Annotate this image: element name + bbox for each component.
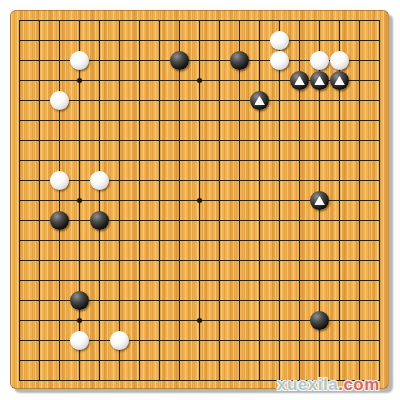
white-stone	[50, 91, 69, 110]
black-stone	[170, 51, 189, 70]
star-point-cell	[70, 311, 90, 331]
star-point-cell	[70, 71, 90, 91]
star-point	[77, 78, 82, 83]
watermark-tld-text: .com	[338, 375, 380, 394]
star-point-cell	[190, 71, 210, 91]
board-cell-D3	[70, 331, 90, 351]
white-stone	[70, 51, 89, 70]
black-stone	[310, 71, 329, 90]
board-cell-F3	[110, 331, 130, 351]
board-cell-N15	[250, 91, 270, 111]
star-point-cell	[70, 191, 90, 211]
triangle-mark-icon	[294, 76, 305, 86]
white-stone	[70, 331, 89, 350]
star-point-cell	[190, 311, 210, 331]
board-cell-D5	[70, 291, 90, 311]
triangle-mark-icon	[334, 76, 345, 86]
board-cell-C11	[50, 171, 70, 191]
black-stone	[330, 71, 349, 90]
black-stone	[290, 71, 309, 90]
star-point	[197, 78, 202, 83]
board-cell-Q4	[310, 311, 330, 331]
black-stone	[250, 91, 269, 110]
white-stone	[310, 51, 329, 70]
board-cell-C9	[50, 211, 70, 231]
board-cell-E11	[90, 171, 110, 191]
triangle-mark-icon	[314, 76, 325, 86]
board-cell-D17	[70, 51, 90, 71]
star-point-cell	[190, 191, 210, 211]
board-cell-P16	[290, 71, 310, 91]
watermark: xuexila.com	[277, 375, 380, 395]
black-stone	[310, 311, 329, 330]
watermark-site-text: xuexila	[277, 375, 338, 394]
white-stone	[270, 51, 289, 70]
star-point	[197, 318, 202, 323]
white-stone	[270, 31, 289, 50]
board-cell-R16	[330, 71, 350, 91]
board-cell-Q16	[310, 71, 330, 91]
board-cell-J17	[170, 51, 190, 71]
go-board	[10, 10, 389, 389]
stone-grid	[10, 11, 390, 391]
star-point	[77, 198, 82, 203]
page: xuexila.com	[0, 0, 400, 400]
star-point	[77, 318, 82, 323]
board-cell-Q10	[310, 191, 330, 211]
black-stone	[310, 191, 329, 210]
black-stone	[230, 51, 249, 70]
triangle-mark-icon	[254, 96, 265, 106]
board-cell-O17	[270, 51, 290, 71]
black-stone	[50, 211, 69, 230]
board-cell-M17	[230, 51, 250, 71]
white-stone	[110, 331, 129, 350]
black-stone	[90, 211, 109, 230]
board-cell-Q17	[310, 51, 330, 71]
board-cell-R17	[330, 51, 350, 71]
white-stone	[50, 171, 69, 190]
black-stone	[70, 291, 89, 310]
board-cell-C15	[50, 91, 70, 111]
star-point	[197, 198, 202, 203]
triangle-mark-icon	[314, 196, 325, 206]
white-stone	[330, 51, 349, 70]
white-stone	[90, 171, 109, 190]
board-cell-E9	[90, 211, 110, 231]
board-cell-O18	[270, 31, 290, 51]
